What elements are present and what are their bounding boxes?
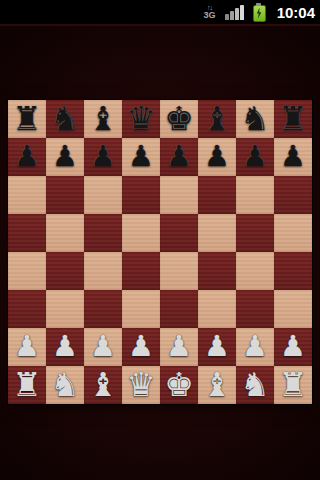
square-b6[interactable] <box>46 176 84 214</box>
phone-screen: ↑↓ 3G 10:04 ♜♞♝♛♚♝♞♜♟♟♟♟♟♟♟♟♟♟♟♟♟♟♟♟♜♞♝♛… <box>0 0 320 480</box>
square-h1[interactable]: ♜ <box>274 366 312 404</box>
signal-bar <box>240 5 244 20</box>
square-e2[interactable]: ♟ <box>160 328 198 366</box>
square-c2[interactable]: ♟ <box>84 328 122 366</box>
piece-black-pawn[interactable]: ♟ <box>14 142 40 171</box>
piece-white-pawn[interactable]: ♟ <box>242 332 268 361</box>
square-d6[interactable] <box>122 176 160 214</box>
lightning-bolt-icon <box>256 8 263 19</box>
piece-black-pawn[interactable]: ♟ <box>52 142 78 171</box>
piece-white-rook[interactable]: ♜ <box>278 368 308 401</box>
piece-white-pawn[interactable]: ♟ <box>280 332 306 361</box>
piece-black-bishop[interactable]: ♝ <box>202 102 232 135</box>
piece-white-bishop[interactable]: ♝ <box>88 368 118 401</box>
square-d7[interactable]: ♟ <box>122 138 160 176</box>
square-g2[interactable]: ♟ <box>236 328 274 366</box>
square-f3[interactable] <box>198 290 236 328</box>
battery-nub <box>256 3 261 6</box>
square-a5[interactable] <box>8 214 46 252</box>
piece-black-king[interactable]: ♚ <box>164 102 194 135</box>
square-d2[interactable]: ♟ <box>122 328 160 366</box>
square-g3[interactable] <box>236 290 274 328</box>
square-h3[interactable] <box>274 290 312 328</box>
square-e7[interactable]: ♟ <box>160 138 198 176</box>
square-h6[interactable] <box>274 176 312 214</box>
piece-white-pawn[interactable]: ♟ <box>166 332 192 361</box>
piece-white-king[interactable]: ♚ <box>164 368 194 401</box>
piece-white-pawn[interactable]: ♟ <box>90 332 116 361</box>
square-d8[interactable]: ♛ <box>122 100 160 138</box>
square-b2[interactable]: ♟ <box>46 328 84 366</box>
status-bar: ↑↓ 3G 10:04 <box>0 0 320 24</box>
square-f4[interactable] <box>198 252 236 290</box>
network-type-label: 3G <box>204 11 216 20</box>
piece-white-pawn[interactable]: ♟ <box>52 332 78 361</box>
square-f1[interactable]: ♝ <box>198 366 236 404</box>
square-g5[interactable] <box>236 214 274 252</box>
square-h5[interactable] <box>274 214 312 252</box>
piece-black-knight[interactable]: ♞ <box>50 102 80 135</box>
battery-charging-icon <box>253 5 266 22</box>
square-b5[interactable] <box>46 214 84 252</box>
square-g7[interactable]: ♟ <box>236 138 274 176</box>
square-d5[interactable] <box>122 214 160 252</box>
square-f7[interactable]: ♟ <box>198 138 236 176</box>
square-d3[interactable] <box>122 290 160 328</box>
square-g6[interactable] <box>236 176 274 214</box>
piece-black-pawn[interactable]: ♟ <box>242 142 268 171</box>
square-c4[interactable] <box>84 252 122 290</box>
square-a3[interactable] <box>8 290 46 328</box>
piece-black-bishop[interactable]: ♝ <box>88 102 118 135</box>
square-e3[interactable] <box>160 290 198 328</box>
square-e8[interactable]: ♚ <box>160 100 198 138</box>
square-a2[interactable]: ♟ <box>8 328 46 366</box>
square-b1[interactable]: ♞ <box>46 366 84 404</box>
piece-white-knight[interactable]: ♞ <box>240 368 270 401</box>
square-a6[interactable] <box>8 176 46 214</box>
piece-white-bishop[interactable]: ♝ <box>202 368 232 401</box>
square-f8[interactable]: ♝ <box>198 100 236 138</box>
square-e4[interactable] <box>160 252 198 290</box>
piece-black-pawn[interactable]: ♟ <box>204 142 230 171</box>
square-c1[interactable]: ♝ <box>84 366 122 404</box>
square-d4[interactable] <box>122 252 160 290</box>
piece-black-knight[interactable]: ♞ <box>240 102 270 135</box>
square-c3[interactable] <box>84 290 122 328</box>
square-h7[interactable]: ♟ <box>274 138 312 176</box>
piece-white-pawn[interactable]: ♟ <box>14 332 40 361</box>
piece-white-rook[interactable]: ♜ <box>12 368 42 401</box>
square-c7[interactable]: ♟ <box>84 138 122 176</box>
square-a1[interactable]: ♜ <box>8 366 46 404</box>
piece-white-pawn[interactable]: ♟ <box>204 332 230 361</box>
piece-white-knight[interactable]: ♞ <box>50 368 80 401</box>
signal-bar <box>230 11 234 20</box>
square-h2[interactable]: ♟ <box>274 328 312 366</box>
chess-board: ♜♞♝♛♚♝♞♜♟♟♟♟♟♟♟♟♟♟♟♟♟♟♟♟♜♞♝♛♚♝♞♜ <box>8 100 312 404</box>
signal-bar <box>235 8 239 20</box>
signal-strength-icon <box>225 5 244 20</box>
square-g4[interactable] <box>236 252 274 290</box>
network-3g-icon: ↑↓ 3G <box>204 5 216 20</box>
piece-black-queen[interactable]: ♛ <box>126 102 156 135</box>
piece-black-pawn[interactable]: ♟ <box>128 142 154 171</box>
square-g1[interactable]: ♞ <box>236 366 274 404</box>
square-e6[interactable] <box>160 176 198 214</box>
signal-bar <box>225 14 229 20</box>
piece-black-rook[interactable]: ♜ <box>278 102 308 135</box>
square-b4[interactable] <box>46 252 84 290</box>
square-c6[interactable] <box>84 176 122 214</box>
square-h8[interactable]: ♜ <box>274 100 312 138</box>
square-a7[interactable]: ♟ <box>8 138 46 176</box>
piece-black-rook[interactable]: ♜ <box>12 102 42 135</box>
square-b3[interactable] <box>46 290 84 328</box>
piece-black-pawn[interactable]: ♟ <box>166 142 192 171</box>
clock-time: 10:04 <box>277 4 315 21</box>
piece-white-queen[interactable]: ♛ <box>126 368 156 401</box>
square-a8[interactable]: ♜ <box>8 100 46 138</box>
piece-black-pawn[interactable]: ♟ <box>90 142 116 171</box>
piece-white-pawn[interactable]: ♟ <box>128 332 154 361</box>
square-b8[interactable]: ♞ <box>46 100 84 138</box>
square-f6[interactable] <box>198 176 236 214</box>
square-f2[interactable]: ♟ <box>198 328 236 366</box>
square-d1[interactable]: ♛ <box>122 366 160 404</box>
square-g8[interactable]: ♞ <box>236 100 274 138</box>
square-e1[interactable]: ♚ <box>160 366 198 404</box>
square-b7[interactable]: ♟ <box>46 138 84 176</box>
square-a4[interactable] <box>8 252 46 290</box>
square-c5[interactable] <box>84 214 122 252</box>
square-e5[interactable] <box>160 214 198 252</box>
square-f5[interactable] <box>198 214 236 252</box>
square-h4[interactable] <box>274 252 312 290</box>
piece-black-pawn[interactable]: ♟ <box>280 142 306 171</box>
statusbar-divider <box>0 24 320 26</box>
square-c8[interactable]: ♝ <box>84 100 122 138</box>
